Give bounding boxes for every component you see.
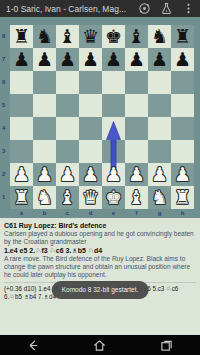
rank-label-4: 4 xyxy=(2,117,10,140)
square-b3[interactable] xyxy=(33,140,56,163)
square-c1[interactable]: ♝ xyxy=(56,186,79,209)
black-pawn: ♟ xyxy=(151,48,168,71)
black-pawn: ♟ xyxy=(105,48,122,71)
square-b1[interactable]: ♞ xyxy=(33,186,56,209)
white-pawn: ♟ xyxy=(59,163,76,186)
white-bishop: ♝ xyxy=(128,186,145,209)
file-label-d: d xyxy=(79,209,102,218)
white-pawn: ♟ xyxy=(36,163,53,186)
rank-label-1: 1 xyxy=(2,186,10,209)
square-d7[interactable]: ♟ xyxy=(79,48,102,71)
square-g4[interactable] xyxy=(148,117,171,140)
white-knight: ♞ xyxy=(36,186,53,209)
game-title: 1-0 Saric, Ivan - Carlsen, Mag... xyxy=(0,4,138,14)
flask-icon[interactable] xyxy=(160,2,173,15)
black-bishop: ♝ xyxy=(128,25,145,48)
engine-icon[interactable] xyxy=(138,2,151,15)
black-queen: ♛ xyxy=(82,25,99,48)
file-label-e: e xyxy=(102,209,125,218)
square-f1[interactable]: ♝ xyxy=(125,186,148,209)
rank-label-6: 6 xyxy=(2,71,10,94)
square-b5[interactable] xyxy=(33,94,56,117)
white-pawn: ♟ xyxy=(13,163,30,186)
square-d3[interactable] xyxy=(79,140,102,163)
square-g1[interactable]: ♞ xyxy=(148,186,171,209)
square-e3[interactable] xyxy=(102,140,125,163)
square-c7[interactable]: ♟ xyxy=(56,48,79,71)
square-c5[interactable] xyxy=(56,94,79,117)
toast-message: Komodo 8 32-bit gestartet. xyxy=(52,281,149,299)
chess-board: 87654321 ♜♞♝♛♚♝♞♜♟♟♟♟♟♟♟♟♟♟♟♟♟♟♟♟♜♞♝♛♚♝♞… xyxy=(0,17,200,218)
rank-label-5: 5 xyxy=(2,94,10,117)
square-b8[interactable]: ♞ xyxy=(33,25,56,48)
square-a5[interactable] xyxy=(10,94,33,117)
square-e4[interactable] xyxy=(102,117,125,140)
square-g2[interactable]: ♟ xyxy=(148,163,171,186)
file-label-g: g xyxy=(148,209,171,218)
white-pawn: ♟ xyxy=(128,163,145,186)
square-f7[interactable]: ♟ xyxy=(125,48,148,71)
square-f4[interactable] xyxy=(125,117,148,140)
square-c3[interactable] xyxy=(56,140,79,163)
titlebar: 1-0 Saric, Ivan - Carlsen, Mag... xyxy=(0,0,200,17)
square-c4[interactable] xyxy=(56,117,79,140)
file-labels: abcdefgh xyxy=(10,209,194,218)
square-d4[interactable] xyxy=(79,117,102,140)
titlebar-actions xyxy=(138,2,200,15)
square-h1[interactable]: ♜ xyxy=(171,186,194,209)
home-icon[interactable] xyxy=(93,339,106,352)
black-king: ♚ xyxy=(105,25,122,48)
square-b6[interactable] xyxy=(33,71,56,94)
square-g6[interactable] xyxy=(148,71,171,94)
square-a3[interactable] xyxy=(10,140,33,163)
square-c6[interactable] xyxy=(56,71,79,94)
square-e5[interactable] xyxy=(102,94,125,117)
game-moves[interactable]: 1.e4 e5 2.♘f3 ♘c6 3.♗b5 ♘d4 xyxy=(4,246,196,255)
square-a4[interactable] xyxy=(10,117,33,140)
white-pawn: ♟ xyxy=(82,163,99,186)
white-king: ♚ xyxy=(105,186,122,209)
black-pawn: ♟ xyxy=(174,48,191,71)
square-e6[interactable] xyxy=(102,71,125,94)
square-b4[interactable] xyxy=(33,117,56,140)
square-h4[interactable] xyxy=(171,117,194,140)
square-a6[interactable] xyxy=(10,71,33,94)
white-rook: ♜ xyxy=(13,186,30,209)
square-b7[interactable]: ♟ xyxy=(33,48,56,71)
white-pawn: ♟ xyxy=(105,163,122,186)
white-queen: ♛ xyxy=(82,186,99,209)
square-g7[interactable]: ♟ xyxy=(148,48,171,71)
white-pawn: ♟ xyxy=(151,163,168,186)
square-h2[interactable]: ♟ xyxy=(171,163,194,186)
black-knight: ♞ xyxy=(151,25,168,48)
square-h8[interactable]: ♜ xyxy=(171,25,194,48)
white-rook: ♜ xyxy=(174,186,191,209)
square-f6[interactable] xyxy=(125,71,148,94)
comment-before-moves: Carlsen played a dubious opening and he … xyxy=(4,230,196,246)
square-a7[interactable]: ♟ xyxy=(10,48,33,71)
file-label-h: h xyxy=(171,209,194,218)
rank-labels: 87654321 xyxy=(0,25,10,209)
white-knight: ♞ xyxy=(151,186,168,209)
file-label-b: b xyxy=(33,209,56,218)
black-knight: ♞ xyxy=(36,25,53,48)
rank-label-7: 7 xyxy=(2,48,10,71)
square-f3[interactable] xyxy=(125,140,148,163)
square-g8[interactable]: ♞ xyxy=(148,25,171,48)
square-c2[interactable]: ♟ xyxy=(56,163,79,186)
square-a8[interactable]: ♜ xyxy=(10,25,33,48)
rank-label-3: 3 xyxy=(2,140,10,163)
square-g3[interactable] xyxy=(148,140,171,163)
black-pawn: ♟ xyxy=(59,48,76,71)
square-e8[interactable]: ♚ xyxy=(102,25,125,48)
file-label-f: f xyxy=(125,209,148,218)
rank-label-8: 8 xyxy=(2,25,10,48)
square-d2[interactable]: ♟ xyxy=(79,163,102,186)
square-h5[interactable] xyxy=(171,94,194,117)
rank-label-2: 2 xyxy=(2,163,10,186)
notation-panel: C61 Ruy Lopez: Bird's defence Carlsen pl… xyxy=(0,218,200,335)
black-pawn: ♟ xyxy=(13,48,30,71)
comment-after-moves: A rare move. The Bird defence of the Ruy… xyxy=(4,255,196,279)
file-label-c: c xyxy=(56,209,79,218)
square-b2[interactable]: ♟ xyxy=(33,163,56,186)
eco-opening-header: C61 Ruy Lopez: Bird's defence xyxy=(4,221,196,230)
overflow-menu-icon[interactable] xyxy=(182,2,195,15)
square-a2[interactable]: ♟ xyxy=(10,163,33,186)
black-bishop: ♝ xyxy=(59,25,76,48)
square-a1[interactable]: ♜ xyxy=(10,186,33,209)
square-c8[interactable]: ♝ xyxy=(56,25,79,48)
recents-icon[interactable] xyxy=(160,339,173,352)
file-label-a: a xyxy=(10,209,33,218)
black-pawn: ♟ xyxy=(128,48,145,71)
black-rook: ♜ xyxy=(13,25,30,48)
board-grid: ♜♞♝♛♚♝♞♜♟♟♟♟♟♟♟♟♟♟♟♟♟♟♟♟♜♞♝♛♚♝♞♜ xyxy=(10,25,194,209)
white-pawn: ♟ xyxy=(174,163,191,186)
square-d1[interactable]: ♛ xyxy=(79,186,102,209)
square-h6[interactable] xyxy=(171,71,194,94)
square-g5[interactable] xyxy=(148,94,171,117)
square-e1[interactable]: ♚ xyxy=(102,186,125,209)
black-pawn: ♟ xyxy=(82,48,99,71)
square-d5[interactable] xyxy=(79,94,102,117)
square-f8[interactable]: ♝ xyxy=(125,25,148,48)
square-d6[interactable] xyxy=(79,71,102,94)
white-bishop: ♝ xyxy=(59,186,76,209)
square-h3[interactable] xyxy=(171,140,194,163)
android-navbar xyxy=(0,335,200,355)
black-rook: ♜ xyxy=(174,25,191,48)
square-e7[interactable]: ♟ xyxy=(102,48,125,71)
square-h7[interactable]: ♟ xyxy=(171,48,194,71)
black-pawn: ♟ xyxy=(36,48,53,71)
square-f2[interactable]: ♟ xyxy=(125,163,148,186)
back-icon[interactable] xyxy=(27,339,40,352)
square-f5[interactable] xyxy=(125,94,148,117)
square-e2[interactable]: ♟ xyxy=(102,163,125,186)
square-d8[interactable]: ♛ xyxy=(79,25,102,48)
